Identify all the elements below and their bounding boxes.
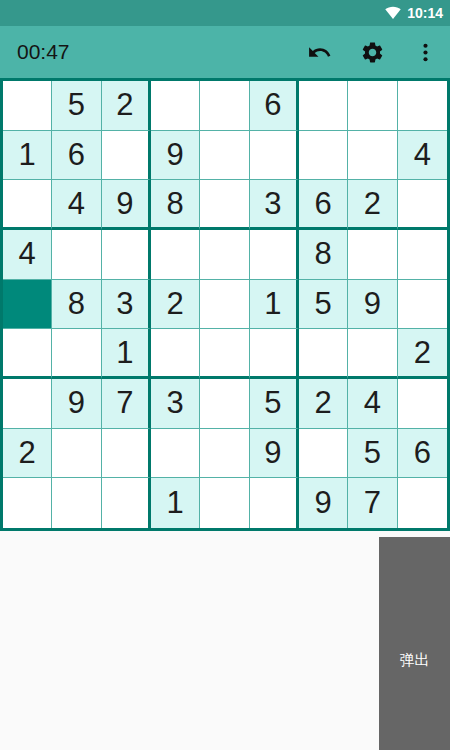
cell-r3c1[interactable]	[3, 180, 52, 230]
cell-r5c3[interactable]: 3	[102, 280, 151, 330]
cell-r9c6[interactable]	[250, 478, 299, 528]
cell-r8c2[interactable]	[52, 429, 101, 479]
cell-r2c1[interactable]: 1	[3, 131, 52, 181]
cell-r6c2[interactable]	[52, 329, 101, 379]
cell-r6c3[interactable]: 1	[102, 329, 151, 379]
cell-r7c3[interactable]: 7	[102, 379, 151, 429]
cell-r2c5[interactable]	[200, 131, 249, 181]
cell-r3c9[interactable]	[398, 180, 447, 230]
cell-r6c5[interactable]	[200, 329, 249, 379]
cell-r8c3[interactable]	[102, 429, 151, 479]
cell-r2c7[interactable]	[299, 131, 348, 181]
cell-r6c4[interactable]	[151, 329, 200, 379]
cell-r6c1[interactable]	[3, 329, 52, 379]
cell-r8c6[interactable]: 9	[250, 429, 299, 479]
cell-r7c9[interactable]	[398, 379, 447, 429]
game-timer: 00:47	[17, 40, 306, 64]
cell-r4c8[interactable]	[348, 230, 397, 280]
cell-r9c8[interactable]: 7	[348, 478, 397, 528]
cell-r7c1[interactable]	[3, 379, 52, 429]
cell-r8c8[interactable]: 5	[348, 429, 397, 479]
cell-r1c6[interactable]: 6	[250, 81, 299, 131]
cell-r9c5[interactable]	[200, 478, 249, 528]
cell-r1c9[interactable]	[398, 81, 447, 131]
cell-r1c3[interactable]: 2	[102, 81, 151, 131]
cell-r4c4[interactable]	[151, 230, 200, 280]
cell-r8c5[interactable]	[200, 429, 249, 479]
cell-r7c8[interactable]: 4	[348, 379, 397, 429]
cell-r2c4[interactable]: 9	[151, 131, 200, 181]
cell-r5c1[interactable]	[3, 280, 52, 330]
cell-r5c6[interactable]: 1	[250, 280, 299, 330]
cell-r8c4[interactable]	[151, 429, 200, 479]
cell-r9c4[interactable]: 1	[151, 478, 200, 528]
status-clock: 10:14	[407, 5, 443, 21]
sudoku-board: 526169449836248832159129735242956197	[0, 78, 450, 531]
popout-button-label: 弹出	[400, 651, 430, 670]
cell-r2c6[interactable]	[250, 131, 299, 181]
cell-r1c7[interactable]	[299, 81, 348, 131]
cell-r5c5[interactable]	[200, 280, 249, 330]
cell-r3c7[interactable]: 6	[299, 180, 348, 230]
cell-r4c5[interactable]	[200, 230, 249, 280]
cell-r4c6[interactable]	[250, 230, 299, 280]
cell-r2c9[interactable]: 4	[398, 131, 447, 181]
cell-r3c3[interactable]: 9	[102, 180, 151, 230]
cell-r1c4[interactable]	[151, 81, 200, 131]
cell-r3c2[interactable]: 4	[52, 180, 101, 230]
appbar-actions	[306, 39, 438, 65]
cell-r8c1[interactable]: 2	[3, 429, 52, 479]
cell-r9c2[interactable]	[52, 478, 101, 528]
cell-r4c9[interactable]	[398, 230, 447, 280]
cell-r2c8[interactable]	[348, 131, 397, 181]
cell-r5c7[interactable]: 5	[299, 280, 348, 330]
cell-r7c2[interactable]: 9	[52, 379, 101, 429]
cell-r4c7[interactable]: 8	[299, 230, 348, 280]
status-bar: 10:14	[0, 0, 450, 26]
cell-r1c5[interactable]	[200, 81, 249, 131]
cell-r3c8[interactable]: 2	[348, 180, 397, 230]
cell-r9c7[interactable]: 9	[299, 478, 348, 528]
cell-r8c9[interactable]: 6	[398, 429, 447, 479]
overflow-menu-icon[interactable]	[412, 39, 438, 65]
cell-r9c3[interactable]	[102, 478, 151, 528]
cell-r6c9[interactable]: 2	[398, 329, 447, 379]
undo-icon[interactable]	[306, 39, 332, 65]
cell-r5c4[interactable]: 2	[151, 280, 200, 330]
cell-r7c6[interactable]: 5	[250, 379, 299, 429]
settings-icon[interactable]	[359, 39, 385, 65]
app-bar: 00:47	[0, 26, 450, 78]
cell-r1c2[interactable]: 5	[52, 81, 101, 131]
cell-r6c8[interactable]	[348, 329, 397, 379]
cell-r2c2[interactable]: 6	[52, 131, 101, 181]
cell-r3c5[interactable]	[200, 180, 249, 230]
cell-r5c8[interactable]: 9	[348, 280, 397, 330]
cell-r4c3[interactable]	[102, 230, 151, 280]
cell-r6c7[interactable]	[299, 329, 348, 379]
cell-r8c7[interactable]	[299, 429, 348, 479]
cell-r4c2[interactable]	[52, 230, 101, 280]
cell-r7c4[interactable]: 3	[151, 379, 200, 429]
cell-r9c1[interactable]	[3, 478, 52, 528]
cell-r4c1[interactable]: 4	[3, 230, 52, 280]
cell-r1c8[interactable]	[348, 81, 397, 131]
cell-r7c7[interactable]: 2	[299, 379, 348, 429]
cell-r1c1[interactable]	[3, 81, 52, 131]
cell-r5c9[interactable]	[398, 280, 447, 330]
cell-r3c4[interactable]: 8	[151, 180, 200, 230]
cell-r3c6[interactable]: 3	[250, 180, 299, 230]
wifi-icon	[385, 6, 401, 20]
cell-r6c6[interactable]	[250, 329, 299, 379]
cell-r5c2[interactable]: 8	[52, 280, 101, 330]
popout-button[interactable]: 弹出	[379, 537, 450, 750]
cell-r9c9[interactable]	[398, 478, 447, 528]
cell-r2c3[interactable]	[102, 131, 151, 181]
cell-r7c5[interactable]	[200, 379, 249, 429]
